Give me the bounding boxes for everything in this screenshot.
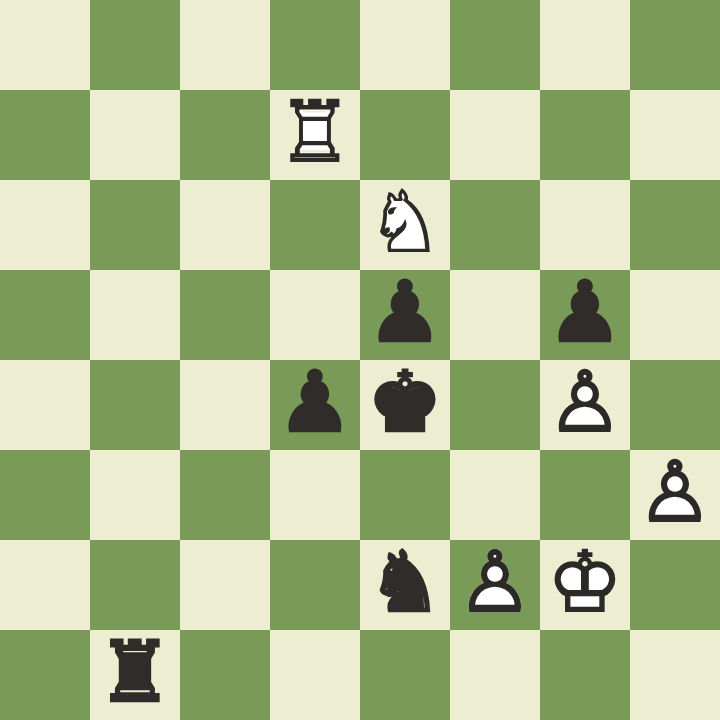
square-e1[interactable] [360,630,450,720]
square-d6[interactable] [270,180,360,270]
square-c1[interactable] [180,630,270,720]
white-pawn-outline-icon: ♙ [630,447,720,537]
black-knight-icon: ♞ [360,537,450,627]
square-g8[interactable] [540,0,630,90]
square-f5[interactable] [450,270,540,360]
black-pawn-e5[interactable]: ♟ [360,270,450,360]
square-e3[interactable] [360,450,450,540]
square-g6[interactable] [540,180,630,270]
square-f3[interactable] [450,450,540,540]
black-pawn-icon: ♟ [540,267,630,357]
white-king-g2[interactable]: ♚♔ [540,540,630,630]
square-h5[interactable] [630,270,720,360]
square-a7[interactable] [0,90,90,180]
square-h3[interactable]: ♟♙ [630,450,720,540]
square-f2[interactable]: ♟♙ [450,540,540,630]
square-d4[interactable]: ♟ [270,360,360,450]
square-b6[interactable] [90,180,180,270]
black-king-icon: ♚ [360,357,450,447]
square-c7[interactable] [180,90,270,180]
white-rook-outline-icon: ♖ [270,87,360,177]
square-e6[interactable]: ♞♘ [360,180,450,270]
square-a3[interactable] [0,450,90,540]
square-a2[interactable] [0,540,90,630]
square-f7[interactable] [450,90,540,180]
square-c5[interactable] [180,270,270,360]
square-b2[interactable] [90,540,180,630]
square-b1[interactable]: ♜ [90,630,180,720]
black-rook-b1[interactable]: ♜ [90,630,180,720]
square-g5[interactable]: ♟ [540,270,630,360]
square-d1[interactable] [270,630,360,720]
white-king-outline-icon: ♔ [540,537,630,627]
square-g4[interactable]: ♟♙ [540,360,630,450]
chess-board: ♜♖♞♘♟♟♟♚♟♙♟♙♞♟♙♚♔♜ [0,0,720,720]
square-e7[interactable] [360,90,450,180]
square-g7[interactable] [540,90,630,180]
square-a4[interactable] [0,360,90,450]
square-e4[interactable]: ♚ [360,360,450,450]
square-g2[interactable]: ♚♔ [540,540,630,630]
square-g1[interactable] [540,630,630,720]
square-a6[interactable] [0,180,90,270]
square-c6[interactable] [180,180,270,270]
square-d2[interactable] [270,540,360,630]
white-rook-d7[interactable]: ♜♖ [270,90,360,180]
square-h6[interactable] [630,180,720,270]
square-b4[interactable] [90,360,180,450]
square-f8[interactable] [450,0,540,90]
black-knight-e2[interactable]: ♞ [360,540,450,630]
white-pawn-f2[interactable]: ♟♙ [450,540,540,630]
white-knight-outline-icon: ♘ [360,177,450,267]
square-h4[interactable] [630,360,720,450]
square-e5[interactable]: ♟ [360,270,450,360]
square-b3[interactable] [90,450,180,540]
square-a1[interactable] [0,630,90,720]
square-a5[interactable] [0,270,90,360]
white-pawn-outline-icon: ♙ [450,537,540,627]
black-rook-icon: ♜ [90,627,180,717]
black-pawn-g5[interactable]: ♟ [540,270,630,360]
square-f1[interactable] [450,630,540,720]
black-pawn-icon: ♟ [360,267,450,357]
square-a8[interactable] [0,0,90,90]
white-pawn-g4[interactable]: ♟♙ [540,360,630,450]
square-f4[interactable] [450,360,540,450]
black-pawn-d4[interactable]: ♟ [270,360,360,450]
square-c8[interactable] [180,0,270,90]
square-b5[interactable] [90,270,180,360]
white-pawn-outline-icon: ♙ [540,357,630,447]
square-d5[interactable] [270,270,360,360]
square-b8[interactable] [90,0,180,90]
square-c4[interactable] [180,360,270,450]
square-d7[interactable]: ♜♖ [270,90,360,180]
square-e8[interactable] [360,0,450,90]
square-h8[interactable] [630,0,720,90]
white-knight-e6[interactable]: ♞♘ [360,180,450,270]
square-c2[interactable] [180,540,270,630]
square-f6[interactable] [450,180,540,270]
square-h1[interactable] [630,630,720,720]
square-h7[interactable] [630,90,720,180]
black-pawn-icon: ♟ [270,357,360,447]
square-c3[interactable] [180,450,270,540]
square-g3[interactable] [540,450,630,540]
square-d3[interactable] [270,450,360,540]
square-e2[interactable]: ♞ [360,540,450,630]
square-d8[interactable] [270,0,360,90]
black-king-e4[interactable]: ♚ [360,360,450,450]
square-b7[interactable] [90,90,180,180]
square-h2[interactable] [630,540,720,630]
white-pawn-h3[interactable]: ♟♙ [630,450,720,540]
